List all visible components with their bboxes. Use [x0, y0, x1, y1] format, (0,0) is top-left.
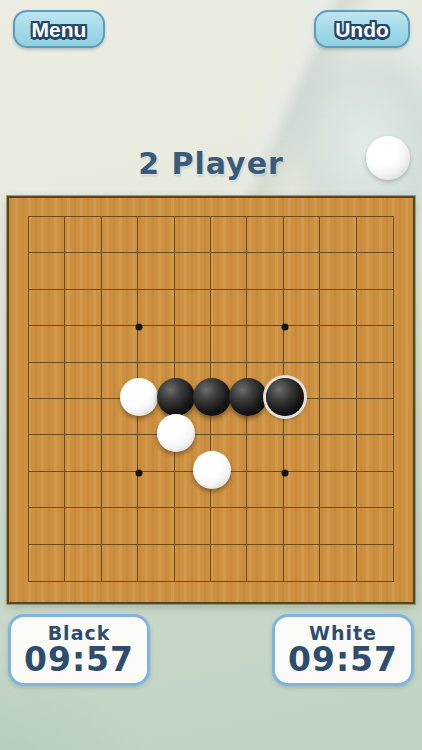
- board-cell[interactable]: [320, 508, 356, 544]
- menu-button[interactable]: Menu: [13, 10, 105, 48]
- board-cell[interactable]: [284, 399, 320, 435]
- board-cell[interactable]: [138, 217, 174, 253]
- board-cell[interactable]: [29, 217, 65, 253]
- board-cell[interactable]: [138, 326, 174, 362]
- board-cell[interactable]: [211, 363, 247, 399]
- board-cell[interactable]: [357, 253, 393, 289]
- board-cell[interactable]: [284, 326, 320, 362]
- board-cell[interactable]: [138, 472, 174, 508]
- board-cell[interactable]: [211, 290, 247, 326]
- board-grid[interactable]: [28, 216, 394, 582]
- board-cell[interactable]: [320, 363, 356, 399]
- black-clock-time: 09:57: [24, 643, 134, 677]
- board-cell[interactable]: [284, 253, 320, 289]
- board-cell[interactable]: [102, 326, 138, 362]
- board-cell[interactable]: [29, 472, 65, 508]
- board-cell[interactable]: [29, 545, 65, 581]
- board-cell[interactable]: [357, 508, 393, 544]
- board-cell[interactable]: [284, 508, 320, 544]
- board-cell[interactable]: [357, 472, 393, 508]
- board-cell[interactable]: [211, 217, 247, 253]
- board-cell[interactable]: [102, 253, 138, 289]
- board-cell[interactable]: [65, 290, 101, 326]
- app-screen: Menu Undo 2 Player Black 09:57 White 09:…: [0, 0, 422, 750]
- board-cell[interactable]: [65, 326, 101, 362]
- board-cell[interactable]: [247, 217, 283, 253]
- board-cell[interactable]: [175, 217, 211, 253]
- board-cell[interactable]: [65, 508, 101, 544]
- board-cell[interactable]: [29, 435, 65, 471]
- board-cell[interactable]: [320, 472, 356, 508]
- board-cell[interactable]: [211, 435, 247, 471]
- board-cell[interactable]: [102, 363, 138, 399]
- board-cell[interactable]: [29, 326, 65, 362]
- board-cell[interactable]: [357, 326, 393, 362]
- white-clock-panel: White 09:57: [272, 614, 414, 686]
- board-cell[interactable]: [102, 217, 138, 253]
- board-cell[interactable]: [65, 399, 101, 435]
- board-cell[interactable]: [175, 290, 211, 326]
- board-cell[interactable]: [138, 253, 174, 289]
- board-cell[interactable]: [102, 290, 138, 326]
- board-cell[interactable]: [357, 545, 393, 581]
- board-cell[interactable]: [138, 399, 174, 435]
- game-board[interactable]: [7, 196, 415, 604]
- board-cell[interactable]: [357, 435, 393, 471]
- board-cell[interactable]: [211, 472, 247, 508]
- board-cell[interactable]: [357, 217, 393, 253]
- board-cell[interactable]: [357, 363, 393, 399]
- board-cell[interactable]: [284, 363, 320, 399]
- board-cell[interactable]: [102, 545, 138, 581]
- board-cell[interactable]: [175, 472, 211, 508]
- board-cell[interactable]: [211, 399, 247, 435]
- board-cell[interactable]: [211, 508, 247, 544]
- undo-button[interactable]: Undo: [314, 10, 410, 48]
- board-cell[interactable]: [65, 545, 101, 581]
- board-cell[interactable]: [102, 508, 138, 544]
- board-cell[interactable]: [357, 290, 393, 326]
- board-cell[interactable]: [247, 545, 283, 581]
- board-cell[interactable]: [284, 545, 320, 581]
- board-cell[interactable]: [320, 326, 356, 362]
- board-cell[interactable]: [247, 363, 283, 399]
- board-cell[interactable]: [138, 545, 174, 581]
- board-cell[interactable]: [138, 363, 174, 399]
- board-cell[interactable]: [175, 508, 211, 544]
- board-cell[interactable]: [102, 435, 138, 471]
- board-cell[interactable]: [211, 253, 247, 289]
- board-cell[interactable]: [29, 508, 65, 544]
- board-cell[interactable]: [138, 435, 174, 471]
- board-cell[interactable]: [247, 435, 283, 471]
- board-cell[interactable]: [284, 472, 320, 508]
- board-cell[interactable]: [320, 399, 356, 435]
- board-cell[interactable]: [320, 435, 356, 471]
- board-cell[interactable]: [247, 399, 283, 435]
- black-clock-panel: Black 09:57: [8, 614, 150, 686]
- board-cell[interactable]: [102, 472, 138, 508]
- board-cell[interactable]: [247, 472, 283, 508]
- board-cell[interactable]: [211, 326, 247, 362]
- page-title: 2 Player: [0, 146, 422, 181]
- board-cell[interactable]: [65, 435, 101, 471]
- board-cell[interactable]: [29, 399, 65, 435]
- board-cell[interactable]: [320, 217, 356, 253]
- board-cell[interactable]: [175, 435, 211, 471]
- board-cell[interactable]: [175, 253, 211, 289]
- board-cell[interactable]: [284, 435, 320, 471]
- board-cell[interactable]: [29, 253, 65, 289]
- board-cell[interactable]: [29, 363, 65, 399]
- board-cell[interactable]: [284, 290, 320, 326]
- board-cell[interactable]: [320, 290, 356, 326]
- board-cell[interactable]: [357, 399, 393, 435]
- board-cell[interactable]: [247, 326, 283, 362]
- board-cell[interactable]: [284, 217, 320, 253]
- turn-indicator-white-stone-icon: [366, 136, 410, 180]
- board-cell[interactable]: [138, 508, 174, 544]
- board-cell[interactable]: [102, 399, 138, 435]
- board-cell[interactable]: [247, 290, 283, 326]
- board-cell[interactable]: [175, 363, 211, 399]
- board-cell[interactable]: [65, 253, 101, 289]
- board-cell[interactable]: [211, 545, 247, 581]
- board-cell[interactable]: [247, 508, 283, 544]
- board-cell[interactable]: [320, 545, 356, 581]
- board-cell[interactable]: [175, 399, 211, 435]
- board-cell[interactable]: [247, 253, 283, 289]
- board-cell[interactable]: [65, 217, 101, 253]
- board-cell[interactable]: [29, 290, 65, 326]
- board-cell[interactable]: [65, 363, 101, 399]
- board-cell[interactable]: [138, 290, 174, 326]
- white-clock-time: 09:57: [288, 643, 398, 677]
- board-cell[interactable]: [65, 472, 101, 508]
- board-cell[interactable]: [175, 326, 211, 362]
- board-cell[interactable]: [175, 545, 211, 581]
- board-cell[interactable]: [320, 253, 356, 289]
